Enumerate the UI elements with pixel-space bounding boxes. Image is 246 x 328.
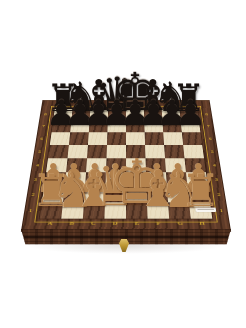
- square-h3: [186, 172, 208, 187]
- brand-sticker: [195, 207, 216, 211]
- file-label-e: E: [135, 221, 140, 226]
- square-f3: [146, 172, 167, 187]
- square-g2: [167, 187, 189, 202]
- square-c2: [84, 187, 106, 202]
- square-f4: [146, 158, 166, 172]
- file-label-c: C: [91, 221, 96, 226]
- square-e6: [126, 132, 145, 145]
- square-d7: [107, 120, 126, 132]
- square-d5: [106, 145, 126, 158]
- square-c8: [90, 109, 109, 121]
- square-h4: [185, 158, 206, 172]
- square-a4: [46, 158, 67, 172]
- rank-label-8-left: 8: [44, 113, 47, 116]
- rank-label-7-left: 7: [42, 125, 45, 128]
- square-g1: [168, 202, 191, 218]
- square-g4: [165, 158, 186, 172]
- rank-label-7-right: 7: [207, 125, 210, 128]
- rank-label-2-right: 2: [217, 192, 220, 196]
- square-e7: [126, 120, 145, 132]
- square-c6: [88, 132, 107, 145]
- rank-label-4-left: 4: [36, 163, 39, 167]
- square-f6: [145, 132, 164, 145]
- square-f5: [145, 145, 165, 158]
- square-a3: [44, 172, 66, 187]
- square-e2: [126, 187, 147, 202]
- square-e5: [126, 145, 146, 158]
- chess-set-photo: ABCDEFGH1122334455667788 ♜♞♝♛♚♝♞♜♟♟♟♟♟♟♟…: [0, 0, 246, 328]
- square-a8: [53, 109, 72, 121]
- rank-label-4-right: 4: [213, 163, 216, 167]
- square-a5: [48, 145, 69, 158]
- square-g3: [166, 172, 187, 187]
- square-d8: [108, 109, 126, 121]
- rank-label-3-left: 3: [34, 178, 37, 182]
- square-d1: [104, 202, 126, 218]
- board-squares: [40, 109, 213, 219]
- square-c1: [83, 202, 105, 218]
- file-label-a: A: [47, 221, 53, 226]
- square-b7: [70, 120, 89, 132]
- square-e8: [126, 109, 144, 121]
- square-c7: [89, 120, 108, 132]
- file-label-d: D: [113, 221, 118, 226]
- rank-label-6-left: 6: [40, 137, 43, 140]
- square-e3: [126, 172, 146, 187]
- square-g5: [164, 145, 184, 158]
- square-g6: [163, 132, 183, 145]
- square-c4: [86, 158, 106, 172]
- box-lid-seam: [24, 236, 228, 238]
- square-h2: [187, 187, 210, 202]
- square-b8: [71, 109, 90, 121]
- square-f1: [147, 202, 169, 218]
- square-d4: [106, 158, 126, 172]
- square-b1: [61, 202, 84, 218]
- square-c5: [87, 145, 107, 158]
- square-d3: [106, 172, 126, 187]
- file-label-f: F: [156, 221, 161, 226]
- square-a2: [42, 187, 65, 202]
- file-label-h: H: [199, 221, 205, 226]
- square-g8: [162, 109, 181, 121]
- rank-label-1-left: 1: [29, 208, 33, 212]
- square-b4: [66, 158, 87, 172]
- square-g7: [162, 120, 181, 132]
- square-c3: [85, 172, 106, 187]
- square-h7: [181, 120, 201, 132]
- rank-label-5-left: 5: [38, 150, 41, 154]
- rank-label-8-right: 8: [205, 113, 208, 116]
- file-label-b: B: [69, 221, 74, 226]
- file-label-g: G: [177, 221, 183, 226]
- square-a7: [52, 120, 72, 132]
- rank-label-6-right: 6: [209, 137, 212, 140]
- square-b6: [69, 132, 89, 145]
- square-d2: [105, 187, 126, 202]
- rank-label-3-right: 3: [215, 178, 218, 182]
- square-h5: [183, 145, 204, 158]
- square-e4: [126, 158, 146, 172]
- rank-label-2-left: 2: [31, 192, 34, 196]
- square-b3: [65, 172, 86, 187]
- rank-label-1-right: 1: [220, 208, 224, 212]
- square-b5: [67, 145, 87, 158]
- square-f2: [146, 187, 168, 202]
- square-f8: [144, 109, 163, 121]
- rank-label-5-right: 5: [211, 150, 214, 154]
- square-e1: [126, 202, 148, 218]
- chess-board: ABCDEFGH1122334455667788: [22, 101, 230, 231]
- square-a1: [40, 202, 63, 218]
- square-a6: [50, 132, 70, 145]
- square-b2: [63, 187, 85, 202]
- square-h6: [182, 132, 202, 145]
- square-f7: [144, 120, 163, 132]
- square-h8: [179, 109, 198, 121]
- square-d6: [107, 132, 126, 145]
